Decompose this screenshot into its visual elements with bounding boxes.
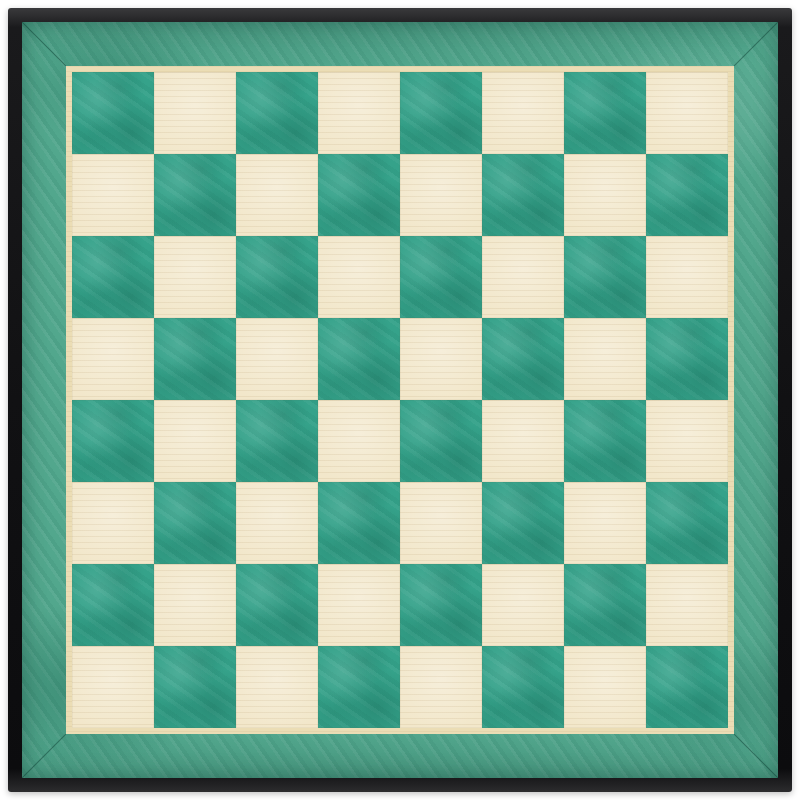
square-e4[interactable] bbox=[400, 400, 482, 482]
square-d4[interactable] bbox=[318, 400, 400, 482]
chessboard bbox=[72, 72, 728, 728]
square-a3[interactable] bbox=[72, 482, 154, 564]
square-c5[interactable] bbox=[236, 318, 318, 400]
square-h6[interactable] bbox=[646, 236, 728, 318]
square-b3[interactable] bbox=[154, 482, 236, 564]
square-d6[interactable] bbox=[318, 236, 400, 318]
square-g5[interactable] bbox=[564, 318, 646, 400]
square-b6[interactable] bbox=[154, 236, 236, 318]
square-f3[interactable] bbox=[482, 482, 564, 564]
square-a7[interactable] bbox=[72, 154, 154, 236]
square-d5[interactable] bbox=[318, 318, 400, 400]
square-c1[interactable] bbox=[236, 646, 318, 728]
miter-seam-top-right bbox=[734, 22, 778, 66]
square-g4[interactable] bbox=[564, 400, 646, 482]
square-e5[interactable] bbox=[400, 318, 482, 400]
square-h2[interactable] bbox=[646, 564, 728, 646]
miter-seam-bottom-left bbox=[22, 734, 66, 778]
square-b4[interactable] bbox=[154, 400, 236, 482]
square-a1[interactable] bbox=[72, 646, 154, 728]
square-e7[interactable] bbox=[400, 154, 482, 236]
product-photo-background bbox=[0, 0, 800, 800]
square-e8[interactable] bbox=[400, 72, 482, 154]
board-green-border bbox=[22, 22, 778, 778]
square-b8[interactable] bbox=[154, 72, 236, 154]
square-f7[interactable] bbox=[482, 154, 564, 236]
square-f8[interactable] bbox=[482, 72, 564, 154]
square-b2[interactable] bbox=[154, 564, 236, 646]
square-e6[interactable] bbox=[400, 236, 482, 318]
square-a8[interactable] bbox=[72, 72, 154, 154]
miter-seam-bottom-right bbox=[734, 734, 778, 778]
square-h5[interactable] bbox=[646, 318, 728, 400]
square-f1[interactable] bbox=[482, 646, 564, 728]
cream-inlay-line bbox=[66, 66, 734, 734]
square-d2[interactable] bbox=[318, 564, 400, 646]
square-c7[interactable] bbox=[236, 154, 318, 236]
square-a5[interactable] bbox=[72, 318, 154, 400]
square-b1[interactable] bbox=[154, 646, 236, 728]
miter-seam-top-left bbox=[22, 22, 66, 66]
square-e2[interactable] bbox=[400, 564, 482, 646]
square-h4[interactable] bbox=[646, 400, 728, 482]
square-c4[interactable] bbox=[236, 400, 318, 482]
square-b5[interactable] bbox=[154, 318, 236, 400]
square-g8[interactable] bbox=[564, 72, 646, 154]
square-g2[interactable] bbox=[564, 564, 646, 646]
square-c3[interactable] bbox=[236, 482, 318, 564]
square-c2[interactable] bbox=[236, 564, 318, 646]
square-e3[interactable] bbox=[400, 482, 482, 564]
square-f2[interactable] bbox=[482, 564, 564, 646]
square-d1[interactable] bbox=[318, 646, 400, 728]
square-c6[interactable] bbox=[236, 236, 318, 318]
square-d8[interactable] bbox=[318, 72, 400, 154]
square-c8[interactable] bbox=[236, 72, 318, 154]
square-d7[interactable] bbox=[318, 154, 400, 236]
square-e1[interactable] bbox=[400, 646, 482, 728]
square-f4[interactable] bbox=[482, 400, 564, 482]
square-h1[interactable] bbox=[646, 646, 728, 728]
square-d3[interactable] bbox=[318, 482, 400, 564]
square-g3[interactable] bbox=[564, 482, 646, 564]
square-g7[interactable] bbox=[564, 154, 646, 236]
square-f5[interactable] bbox=[482, 318, 564, 400]
square-g1[interactable] bbox=[564, 646, 646, 728]
square-a6[interactable] bbox=[72, 236, 154, 318]
square-h8[interactable] bbox=[646, 72, 728, 154]
square-a2[interactable] bbox=[72, 564, 154, 646]
square-b7[interactable] bbox=[154, 154, 236, 236]
square-h7[interactable] bbox=[646, 154, 728, 236]
board-outer-frame bbox=[8, 8, 792, 792]
square-a4[interactable] bbox=[72, 400, 154, 482]
square-f6[interactable] bbox=[482, 236, 564, 318]
square-h3[interactable] bbox=[646, 482, 728, 564]
square-g6[interactable] bbox=[564, 236, 646, 318]
